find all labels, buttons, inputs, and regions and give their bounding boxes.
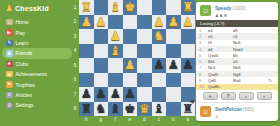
square-a5[interactable]: ♟	[181, 58, 196, 73]
square-h5[interactable]	[79, 58, 94, 73]
chess-piece-bP: ♟	[95, 87, 106, 102]
move-number: 7.	[196, 65, 208, 70]
sidebar-item-home[interactable]: ⌂Home	[2, 17, 72, 27]
bottom-player-name[interactable]: SwiftPelican(600)	[215, 107, 254, 112]
chess-piece-bR: ♜	[81, 102, 92, 117]
white-move[interactable]: d4	[208, 47, 233, 52]
sidebar-item-label: Settings	[16, 102, 34, 108]
chess-piece-wB: ♝	[110, 0, 121, 15]
sidebar-item-label: Home	[16, 19, 29, 25]
rank-label-5: 5	[72, 63, 78, 68]
move-number: 6.	[196, 59, 208, 64]
white-move[interactable]: Qxd8+	[208, 84, 233, 89]
square-c1[interactable]	[152, 0, 167, 15]
sidebar-item-label: Trophies	[16, 82, 35, 88]
square-b6[interactable]	[166, 73, 181, 88]
square-b8[interactable]	[166, 102, 181, 117]
square-f7[interactable]: ♟	[108, 87, 123, 102]
achievements-icon: ★	[6, 71, 13, 78]
square-a2[interactable]: ♟	[181, 15, 196, 30]
square-b5[interactable]: ♟	[166, 58, 181, 73]
sidebar-item-label: Clubs	[16, 61, 29, 67]
sidebar-item-clubs[interactable]: ♣Clubs	[2, 59, 72, 69]
file-labels: hgfedcba	[79, 117, 195, 124]
chess-piece-wP: ♟	[182, 15, 193, 30]
square-f8[interactable]: ♝	[108, 102, 123, 117]
new-game-button[interactable]: +	[203, 92, 218, 101]
file-label-f: f	[108, 117, 123, 124]
square-h4[interactable]	[79, 44, 94, 59]
chess-piece-bK: ♚	[124, 102, 135, 117]
play-icon: ▶	[6, 29, 13, 36]
rank-labels: 12345678	[72, 0, 78, 116]
move-list: 1.e4d52.e5c53.f3Nc64.d4Nxd45.Qxd4b56.Bf4…	[196, 27, 278, 90]
square-g1[interactable]	[94, 0, 109, 15]
rank-label-4: 4	[72, 48, 78, 53]
top-player-name[interactable]: Speedy(1000)	[215, 6, 246, 11]
chess-piece-bP: ♟	[153, 58, 164, 73]
black-move[interactable]: d5	[233, 28, 258, 33]
square-g5[interactable]	[94, 58, 109, 73]
panel-collapse-arrow[interactable]: ◀	[189, 97, 194, 104]
bottom-player-rating: (600)	[243, 107, 254, 112]
black-move[interactable]: b5	[233, 53, 258, 58]
chess-piece-bB: ♝	[153, 102, 164, 117]
forward-button[interactable]: ›	[257, 92, 272, 101]
chesskid-app: ♟ ChessKid ⌂Home▶Play✎Learn☻Friends♣Club…	[0, 0, 280, 126]
chess-piece-bP: ♟	[182, 58, 193, 73]
white-move[interactable]: Qxd4	[208, 53, 233, 58]
sidebar-item-label: Friends	[16, 50, 33, 56]
black-move[interactable]: Nh6	[233, 65, 258, 70]
move-number: 9.	[196, 78, 208, 83]
square-e7[interactable]: ♟	[123, 87, 138, 102]
rank-label-8: 8	[72, 106, 78, 111]
sidebar-item-achievements[interactable]: ★Achievements	[2, 69, 72, 79]
file-label-a: a	[181, 117, 196, 124]
clubs-icon: ♣	[6, 61, 13, 68]
square-a3[interactable]	[181, 29, 196, 44]
white-move[interactable]: e5	[208, 34, 233, 39]
move-row[interactable]: 9.Qd6Ra6↻	[196, 77, 278, 83]
move-number: 2.	[196, 34, 208, 39]
black-move[interactable]: Nc6	[233, 40, 258, 45]
square-d3[interactable]	[137, 29, 152, 44]
square-a1[interactable]: ♜	[181, 0, 196, 15]
square-f3[interactable]: ♟	[108, 29, 123, 44]
square-e1[interactable]: ♚	[123, 0, 138, 15]
chess-piece-bB: ♝	[110, 102, 121, 117]
hint-button[interactable]: ?	[221, 92, 236, 101]
friends-icon: ☻	[6, 50, 13, 57]
articles-icon: ≡	[6, 92, 13, 99]
chess-piece-wK: ♚	[124, 0, 135, 15]
moves-header: Losing [-4.7]	[196, 20, 278, 27]
file-label-e: e	[123, 117, 138, 124]
white-move[interactable]: Bf4	[208, 59, 233, 64]
square-h1[interactable]: ♜	[79, 0, 94, 15]
square-d5[interactable]	[137, 58, 152, 73]
chess-piece-wR: ♜	[81, 0, 92, 15]
file-label-b: b	[166, 117, 181, 124]
chess-piece-bP: ♟	[124, 87, 135, 102]
rank-label-3: 3	[72, 34, 78, 39]
move-number: 4.	[196, 47, 208, 52]
sidebar-item-play[interactable]: ▶Play	[2, 27, 72, 37]
square-g2[interactable]: ♟	[94, 15, 109, 30]
top-player-avatar[interactable]: ☺	[200, 5, 211, 16]
chess-piece-bP: ♟	[168, 58, 179, 73]
white-move[interactable]: Qd6	[208, 78, 233, 83]
square-f4[interactable]: ♝	[108, 44, 123, 59]
square-h2[interactable]: ♟	[79, 15, 94, 30]
rank-label-2: 2	[72, 19, 78, 24]
square-a4[interactable]	[181, 44, 196, 59]
chess-board: ♜♝♚♜♟♟♟♟♟♟♞♝♟♟♟♟♟♟♟♟♜♞♝♚♛♝♜	[79, 0, 195, 116]
square-b1[interactable]	[166, 0, 181, 15]
white-move[interactable]: Qxd5	[208, 72, 233, 77]
square-h3[interactable]	[79, 29, 94, 44]
square-c7[interactable]	[152, 87, 167, 102]
retry-icon[interactable]: ↻	[258, 78, 275, 83]
white-move[interactable]: Nc3	[208, 65, 233, 70]
square-c3[interactable]: ♞	[152, 29, 167, 44]
sidebar-item-friends[interactable]: ☻Friends	[2, 48, 72, 58]
black-move[interactable]: Ra6	[233, 78, 258, 83]
square-e4[interactable]	[123, 44, 138, 59]
square-g8[interactable]: ♞	[94, 102, 109, 117]
sidebar: ♟ ChessKid ⌂Home▶Play✎Learn☻Friends♣Club…	[0, 0, 74, 126]
top-player-captured-pieces: ♟♞♛	[215, 13, 228, 18]
bottom-player-captured-pieces: ♙	[215, 114, 219, 119]
square-a6[interactable]	[181, 73, 196, 88]
square-b2[interactable]: ♟	[166, 15, 181, 30]
black-move[interactable]: a5	[233, 59, 258, 64]
chess-piece-wB: ♝	[110, 44, 121, 59]
square-h6[interactable]	[79, 73, 94, 88]
black-move[interactable]: Nxd4	[233, 47, 258, 52]
square-g3[interactable]	[94, 29, 109, 44]
logo-pawn-icon: ♟	[5, 4, 13, 13]
black-move[interactable]: c5	[233, 34, 258, 39]
square-g4[interactable]	[94, 44, 109, 59]
sidebar-nav: ⌂Home▶Play✎Learn☻Friends♣Clubs★Achieveme…	[2, 17, 72, 111]
chess-piece-wP: ♟	[124, 58, 135, 73]
sidebar-item-label: Articles	[16, 92, 32, 98]
square-d6[interactable]	[137, 73, 152, 88]
pelican-avatar-icon: ☺	[202, 108, 209, 115]
chess-piece-bN: ♞	[95, 102, 106, 117]
square-d8[interactable]: ♛	[137, 102, 152, 117]
file-label-c: c	[152, 117, 167, 124]
chess-piece-wP: ♟	[81, 15, 92, 30]
top-player-card: ☺ Speedy(1000) ♟♞♛	[196, 2, 278, 20]
sidebar-item-settings[interactable]: ⚙Settings	[2, 100, 72, 110]
square-d2[interactable]	[137, 15, 152, 30]
robot-avatar-icon: ☺	[202, 7, 209, 14]
sidebar-item-label: Play	[16, 30, 26, 36]
square-f6[interactable]	[108, 73, 123, 88]
chess-piece-wP: ♟	[95, 15, 106, 30]
square-f1[interactable]: ♝	[108, 0, 123, 15]
chess-piece-wQ: ♛	[139, 102, 150, 117]
home-icon: ⌂	[6, 19, 13, 26]
sidebar-item-learn[interactable]: ✎Learn	[2, 38, 72, 48]
white-move[interactable]: f3	[208, 40, 233, 45]
trophies-icon: ⚑	[6, 81, 13, 88]
move-number: 5.	[196, 53, 208, 58]
square-b7[interactable]	[166, 87, 181, 102]
square-g6[interactable]	[94, 73, 109, 88]
file-label-d: d	[137, 117, 152, 124]
square-d7[interactable]	[137, 87, 152, 102]
square-f2[interactable]	[108, 15, 123, 30]
square-h8[interactable]: ♜	[79, 102, 94, 117]
square-f5[interactable]	[108, 58, 123, 73]
file-label-h: h	[79, 117, 94, 124]
file-label-g: g	[94, 117, 109, 124]
rank-label-1: 1	[72, 5, 78, 10]
square-c4[interactable]	[152, 44, 167, 59]
white-move[interactable]: e4	[208, 28, 233, 33]
square-e6[interactable]	[123, 73, 138, 88]
chess-piece-bP: ♟	[110, 87, 121, 102]
move-number: 3.	[196, 40, 208, 45]
chess-piece-wP: ♟	[168, 15, 179, 30]
move-number: 10.	[196, 84, 208, 89]
sidebar-item-articles[interactable]: ≡Articles	[2, 90, 72, 100]
game-panel: ☺ Speedy(1000) ♟♞♛ Losing [-4.7] 1.e4d52…	[196, 2, 278, 121]
settings-icon: ⚙	[6, 102, 13, 109]
logo-text: ChessKid	[15, 5, 49, 12]
square-b3[interactable]	[166, 29, 181, 44]
black-move[interactable]: Ng8	[233, 72, 258, 77]
sidebar-item-trophies[interactable]: ⚑Trophies	[2, 79, 72, 89]
chess-piece-wP: ♟	[110, 29, 121, 44]
square-c8[interactable]: ♝	[152, 102, 167, 117]
move-number: 1.	[196, 28, 208, 33]
chesskid-logo[interactable]: ♟ ChessKid	[5, 3, 49, 13]
square-g7[interactable]: ♟	[94, 87, 109, 102]
square-b4[interactable]	[166, 44, 181, 59]
sidebar-item-label: Learn	[16, 40, 29, 46]
top-player-rating: (1000)	[232, 6, 245, 11]
square-c2[interactable]: ♟	[152, 15, 167, 30]
back-button[interactable]: ‹	[239, 92, 254, 101]
chess-piece-wR: ♜	[182, 0, 193, 15]
chess-piece-wN: ♞	[153, 29, 164, 44]
square-d1[interactable]	[137, 0, 152, 15]
square-h7[interactable]: ♟	[79, 87, 94, 102]
square-e8[interactable]: ♚	[123, 102, 138, 117]
bottom-player-avatar[interactable]: ☺	[200, 106, 211, 117]
bottom-player-card: ☺ SwiftPelican(600) ♙	[196, 102, 278, 120]
chess-piece-bP: ♟	[81, 87, 92, 102]
square-e2[interactable]	[123, 15, 138, 30]
square-e5[interactable]: ♟	[123, 58, 138, 73]
square-e3[interactable]	[123, 29, 138, 44]
learn-icon: ✎	[6, 40, 13, 47]
controls-bar: +?‹›	[196, 90, 278, 102]
square-d4[interactable]	[137, 44, 152, 59]
sidebar-item-label: Achievements	[16, 71, 47, 77]
rank-label-6: 6	[72, 77, 78, 82]
square-c5[interactable]: ♟	[152, 58, 167, 73]
square-c6[interactable]	[152, 73, 167, 88]
chess-piece-wP: ♟	[153, 15, 164, 30]
rank-label-7: 7	[72, 92, 78, 97]
move-number: 8.	[196, 72, 208, 77]
